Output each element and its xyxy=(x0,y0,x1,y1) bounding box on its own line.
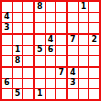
sudoku-cell-empty[interactable] xyxy=(35,68,45,78)
sudoku-cell-empty[interactable] xyxy=(79,23,89,33)
sudoku-cell-empty[interactable] xyxy=(13,79,23,89)
sudoku-cell-empty[interactable] xyxy=(13,68,23,78)
sudoku-cell-empty[interactable] xyxy=(68,56,78,66)
sudoku-cell-empty[interactable] xyxy=(56,2,66,12)
sudoku-cell-empty[interactable] xyxy=(56,23,66,33)
sudoku-cell-empty[interactable] xyxy=(23,2,33,12)
sudoku-cell-empty[interactable] xyxy=(56,13,66,23)
sudoku-cell-given[interactable]: 7 xyxy=(56,68,66,78)
sudoku-cell-empty[interactable] xyxy=(23,46,33,56)
sudoku-cell-empty[interactable] xyxy=(56,79,66,89)
sudoku-cell-empty[interactable] xyxy=(2,68,12,78)
sudoku-cell-given[interactable]: 5 xyxy=(35,46,45,56)
sudoku-cell-empty[interactable] xyxy=(89,56,99,66)
sudoku-cell-empty[interactable] xyxy=(2,35,12,45)
sudoku-cell-empty[interactable] xyxy=(23,68,33,78)
sudoku-cell-empty[interactable] xyxy=(79,13,89,23)
sudoku-cell-empty[interactable] xyxy=(35,35,45,45)
sudoku-cell-empty[interactable] xyxy=(68,46,78,56)
sudoku-cell-given[interactable]: 3 xyxy=(2,23,12,33)
sudoku-cell-empty[interactable] xyxy=(79,68,89,78)
sudoku-cell-empty[interactable] xyxy=(79,35,89,45)
sudoku-cell-empty[interactable] xyxy=(46,68,56,78)
sudoku-cell-empty[interactable] xyxy=(79,79,89,89)
sudoku-cell-empty[interactable] xyxy=(13,2,23,12)
sudoku-cell-empty[interactable] xyxy=(56,89,66,99)
sudoku-cell-empty[interactable] xyxy=(23,35,33,45)
sudoku-cell-given[interactable]: 1 xyxy=(13,46,23,56)
sudoku-cell-empty[interactable] xyxy=(46,79,56,89)
sudoku-cell-empty[interactable] xyxy=(13,35,23,45)
sudoku-cell-given[interactable]: 3 xyxy=(68,79,78,89)
sudoku-cell-given[interactable]: 8 xyxy=(35,2,45,12)
sudoku-cell-empty[interactable] xyxy=(68,23,78,33)
sudoku-cell-empty[interactable] xyxy=(35,79,45,89)
sudoku-cell-given[interactable]: 6 xyxy=(46,46,56,56)
sudoku-cell-given[interactable]: 1 xyxy=(35,89,45,99)
sudoku-cell-empty[interactable] xyxy=(2,89,12,99)
sudoku-cell-given[interactable]: 4 xyxy=(46,35,56,45)
sudoku-cell-empty[interactable] xyxy=(23,13,33,23)
sudoku-cell-empty[interactable] xyxy=(79,56,89,66)
sudoku-grid: 81434721568746351 xyxy=(2,2,99,99)
sudoku-cell-given[interactable]: 5 xyxy=(13,89,23,99)
sudoku-cell-empty[interactable] xyxy=(13,13,23,23)
sudoku-cell-given[interactable]: 4 xyxy=(68,68,78,78)
sudoku-cell-empty[interactable] xyxy=(89,46,99,56)
sudoku-cell-empty[interactable] xyxy=(46,13,56,23)
sudoku-cell-empty[interactable] xyxy=(35,13,45,23)
sudoku-cell-empty[interactable] xyxy=(68,2,78,12)
sudoku-cell-empty[interactable] xyxy=(23,79,33,89)
sudoku-cell-empty[interactable] xyxy=(89,23,99,33)
sudoku-cell-empty[interactable] xyxy=(79,89,89,99)
sudoku-cell-empty[interactable] xyxy=(2,56,12,66)
sudoku-cell-empty[interactable] xyxy=(2,46,12,56)
sudoku-cell-empty[interactable] xyxy=(46,2,56,12)
sudoku-cell-empty[interactable] xyxy=(56,46,66,56)
sudoku-cell-empty[interactable] xyxy=(46,23,56,33)
sudoku-board: 81434721568746351 xyxy=(0,0,101,101)
sudoku-cell-empty[interactable] xyxy=(23,56,33,66)
sudoku-cell-empty[interactable] xyxy=(68,13,78,23)
sudoku-cell-empty[interactable] xyxy=(2,2,12,12)
sudoku-cell-empty[interactable] xyxy=(89,89,99,99)
sudoku-cell-empty[interactable] xyxy=(56,35,66,45)
sudoku-cell-empty[interactable] xyxy=(56,56,66,66)
sudoku-cell-empty[interactable] xyxy=(35,56,45,66)
sudoku-cell-empty[interactable] xyxy=(46,56,56,66)
sudoku-cell-empty[interactable] xyxy=(23,89,33,99)
sudoku-cell-given[interactable]: 2 xyxy=(89,35,99,45)
sudoku-cell-empty[interactable] xyxy=(89,68,99,78)
sudoku-cell-given[interactable]: 6 xyxy=(2,79,12,89)
sudoku-cell-given[interactable]: 4 xyxy=(2,13,12,23)
sudoku-cell-empty[interactable] xyxy=(89,2,99,12)
sudoku-cell-empty[interactable] xyxy=(89,13,99,23)
sudoku-cell-given[interactable]: 8 xyxy=(13,56,23,66)
sudoku-cell-empty[interactable] xyxy=(35,23,45,33)
sudoku-cell-empty[interactable] xyxy=(46,89,56,99)
sudoku-cell-empty[interactable] xyxy=(79,46,89,56)
sudoku-cell-empty[interactable] xyxy=(89,79,99,89)
sudoku-cell-empty[interactable] xyxy=(68,89,78,99)
sudoku-cell-empty[interactable] xyxy=(23,23,33,33)
sudoku-cell-given[interactable]: 1 xyxy=(79,2,89,12)
sudoku-cell-empty[interactable] xyxy=(13,23,23,33)
sudoku-cell-given[interactable]: 7 xyxy=(68,35,78,45)
